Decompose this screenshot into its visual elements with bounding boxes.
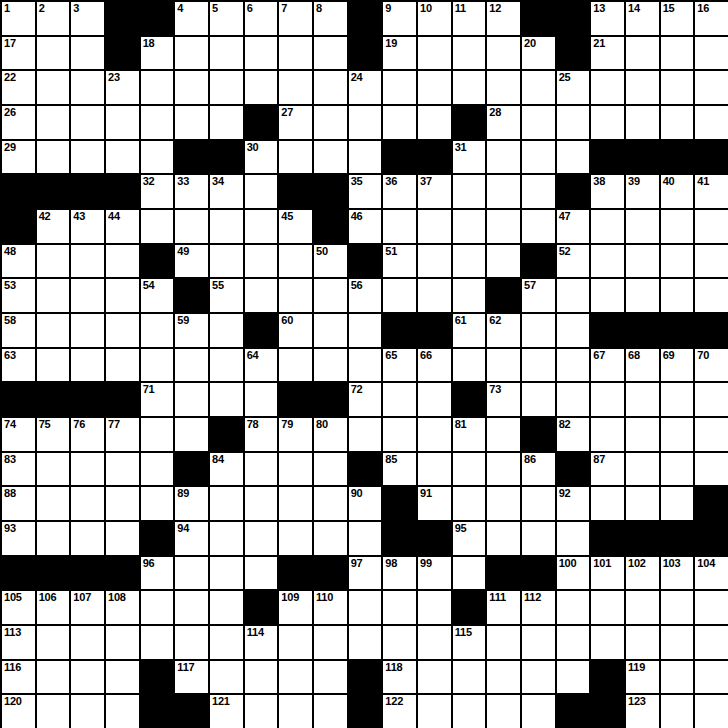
grid-cell[interactable]: [383, 106, 416, 139]
grid-cell[interactable]: 116: [2, 661, 35, 694]
grid-cell[interactable]: [522, 487, 555, 520]
grid-cell[interactable]: 2: [37, 2, 70, 35]
grid-cell[interactable]: 71: [141, 383, 174, 416]
grid-cell[interactable]: [175, 106, 208, 139]
grid-cell[interactable]: [106, 487, 139, 520]
grid-cell[interactable]: 77: [106, 418, 139, 451]
grid-cell[interactable]: [106, 626, 139, 659]
grid-cell[interactable]: 14: [626, 2, 659, 35]
grid-cell[interactable]: 118: [383, 661, 416, 694]
grid-cell[interactable]: [487, 349, 520, 382]
grid-cell[interactable]: [279, 661, 312, 694]
grid-cell[interactable]: 16: [695, 2, 728, 35]
grid-cell[interactable]: [695, 245, 728, 278]
grid-cell[interactable]: [175, 37, 208, 70]
grid-cell[interactable]: [210, 522, 243, 555]
grid-cell[interactable]: [418, 661, 451, 694]
grid-cell[interactable]: 4: [175, 2, 208, 35]
grid-cell[interactable]: [279, 695, 312, 728]
grid-cell[interactable]: [37, 522, 70, 555]
grid-cell[interactable]: [695, 626, 728, 659]
grid-cell[interactable]: [349, 418, 382, 451]
grid-cell[interactable]: 86: [522, 453, 555, 486]
grid-cell[interactable]: 111: [487, 591, 520, 624]
grid-cell[interactable]: [210, 557, 243, 590]
grid-cell[interactable]: [210, 37, 243, 70]
grid-cell[interactable]: [245, 487, 278, 520]
grid-cell[interactable]: 13: [591, 2, 624, 35]
grid-cell[interactable]: 22: [2, 71, 35, 104]
grid-cell[interactable]: 28: [487, 106, 520, 139]
grid-cell[interactable]: [695, 695, 728, 728]
grid-cell[interactable]: 120: [2, 695, 35, 728]
grid-cell[interactable]: [314, 279, 347, 312]
grid-cell[interactable]: [591, 383, 624, 416]
grid-cell[interactable]: 66: [418, 349, 451, 382]
grid-cell[interactable]: [695, 453, 728, 486]
grid-cell[interactable]: [487, 245, 520, 278]
grid-cell[interactable]: 59: [175, 314, 208, 347]
grid-cell[interactable]: 90: [349, 487, 382, 520]
grid-cell[interactable]: 109: [279, 591, 312, 624]
grid-cell[interactable]: [210, 71, 243, 104]
grid-cell[interactable]: [557, 106, 590, 139]
grid-cell[interactable]: [453, 695, 486, 728]
grid-cell[interactable]: 122: [383, 695, 416, 728]
grid-cell[interactable]: 69: [661, 349, 694, 382]
grid-cell[interactable]: 98: [383, 557, 416, 590]
grid-cell[interactable]: [487, 522, 520, 555]
grid-cell[interactable]: 55: [210, 279, 243, 312]
grid-cell[interactable]: [71, 661, 104, 694]
grid-cell[interactable]: [37, 695, 70, 728]
grid-cell[interactable]: [71, 487, 104, 520]
grid-cell[interactable]: 30: [245, 141, 278, 174]
grid-cell[interactable]: [210, 314, 243, 347]
grid-cell[interactable]: 18: [141, 37, 174, 70]
grid-cell[interactable]: [591, 487, 624, 520]
grid-cell[interactable]: 78: [245, 418, 278, 451]
grid-cell[interactable]: [314, 106, 347, 139]
grid-cell[interactable]: [314, 141, 347, 174]
grid-cell[interactable]: 113: [2, 626, 35, 659]
grid-cell[interactable]: [626, 591, 659, 624]
grid-cell[interactable]: [349, 106, 382, 139]
grid-cell[interactable]: [71, 141, 104, 174]
grid-cell[interactable]: [141, 591, 174, 624]
grid-cell[interactable]: [314, 37, 347, 70]
grid-cell[interactable]: 89: [175, 487, 208, 520]
grid-cell[interactable]: [383, 383, 416, 416]
grid-cell[interactable]: [175, 71, 208, 104]
grid-cell[interactable]: 25: [557, 71, 590, 104]
grid-cell[interactable]: 21: [591, 37, 624, 70]
grid-cell[interactable]: 34: [210, 175, 243, 208]
grid-cell[interactable]: [661, 453, 694, 486]
grid-cell[interactable]: 99: [418, 557, 451, 590]
grid-cell[interactable]: [314, 487, 347, 520]
grid-cell[interactable]: [626, 37, 659, 70]
grid-cell[interactable]: [245, 557, 278, 590]
grid-cell[interactable]: 1: [2, 2, 35, 35]
grid-cell[interactable]: [279, 141, 312, 174]
grid-cell[interactable]: 114: [245, 626, 278, 659]
grid-cell[interactable]: [418, 71, 451, 104]
grid-cell[interactable]: [695, 383, 728, 416]
grid-cell[interactable]: [37, 106, 70, 139]
grid-cell[interactable]: 123: [626, 695, 659, 728]
grid-cell[interactable]: [453, 71, 486, 104]
grid-cell[interactable]: [661, 487, 694, 520]
grid-cell[interactable]: [245, 661, 278, 694]
grid-cell[interactable]: [661, 661, 694, 694]
grid-cell[interactable]: 35: [349, 175, 382, 208]
grid-cell[interactable]: 119: [626, 661, 659, 694]
grid-cell[interactable]: [453, 279, 486, 312]
grid-cell[interactable]: 24: [349, 71, 382, 104]
grid-cell[interactable]: 12: [487, 2, 520, 35]
grid-cell[interactable]: 58: [2, 314, 35, 347]
grid-cell[interactable]: 51: [383, 245, 416, 278]
grid-cell[interactable]: 60: [279, 314, 312, 347]
grid-cell[interactable]: 81: [453, 418, 486, 451]
grid-cell[interactable]: [418, 591, 451, 624]
grid-cell[interactable]: 67: [591, 349, 624, 382]
grid-cell[interactable]: [175, 210, 208, 243]
grid-cell[interactable]: [37, 626, 70, 659]
grid-cell[interactable]: [210, 591, 243, 624]
grid-cell[interactable]: [279, 349, 312, 382]
grid-cell[interactable]: [522, 106, 555, 139]
grid-cell[interactable]: [418, 695, 451, 728]
grid-cell[interactable]: [71, 37, 104, 70]
grid-cell[interactable]: 64: [245, 349, 278, 382]
grid-cell[interactable]: [453, 661, 486, 694]
grid-cell[interactable]: [695, 418, 728, 451]
grid-cell[interactable]: [279, 37, 312, 70]
grid-cell[interactable]: [71, 279, 104, 312]
grid-cell[interactable]: 15: [661, 2, 694, 35]
grid-cell[interactable]: [141, 314, 174, 347]
grid-cell[interactable]: [71, 71, 104, 104]
grid-cell[interactable]: 102: [626, 557, 659, 590]
grid-cell[interactable]: [522, 175, 555, 208]
grid-cell[interactable]: [522, 210, 555, 243]
grid-cell[interactable]: 87: [591, 453, 624, 486]
grid-cell[interactable]: [418, 383, 451, 416]
grid-cell[interactable]: [661, 591, 694, 624]
grid-cell[interactable]: [591, 210, 624, 243]
grid-cell[interactable]: [245, 279, 278, 312]
grid-cell[interactable]: 8: [314, 2, 347, 35]
grid-cell[interactable]: [626, 279, 659, 312]
grid-cell[interactable]: 79: [279, 418, 312, 451]
grid-cell[interactable]: [418, 106, 451, 139]
grid-cell[interactable]: [487, 661, 520, 694]
grid-cell[interactable]: [626, 383, 659, 416]
grid-cell[interactable]: [626, 210, 659, 243]
grid-cell[interactable]: [106, 661, 139, 694]
grid-cell[interactable]: 73: [487, 383, 520, 416]
grid-cell[interactable]: 31: [453, 141, 486, 174]
grid-cell[interactable]: [591, 245, 624, 278]
grid-cell[interactable]: [141, 71, 174, 104]
grid-cell[interactable]: [522, 695, 555, 728]
grid-cell[interactable]: [141, 418, 174, 451]
grid-cell[interactable]: [141, 210, 174, 243]
grid-cell[interactable]: [37, 245, 70, 278]
grid-cell[interactable]: 37: [418, 175, 451, 208]
grid-cell[interactable]: [661, 71, 694, 104]
grid-cell[interactable]: [383, 71, 416, 104]
grid-cell[interactable]: [487, 487, 520, 520]
grid-cell[interactable]: 26: [2, 106, 35, 139]
grid-cell[interactable]: [591, 279, 624, 312]
grid-cell[interactable]: [71, 106, 104, 139]
grid-cell[interactable]: [522, 141, 555, 174]
grid-cell[interactable]: [314, 349, 347, 382]
grid-cell[interactable]: [106, 106, 139, 139]
grid-cell[interactable]: [106, 314, 139, 347]
grid-cell[interactable]: [106, 453, 139, 486]
grid-cell[interactable]: [661, 418, 694, 451]
grid-cell[interactable]: [453, 349, 486, 382]
grid-cell[interactable]: [453, 557, 486, 590]
grid-cell[interactable]: 46: [349, 210, 382, 243]
grid-cell[interactable]: [383, 210, 416, 243]
grid-cell[interactable]: [626, 626, 659, 659]
grid-cell[interactable]: [141, 453, 174, 486]
grid-cell[interactable]: 91: [418, 487, 451, 520]
grid-cell[interactable]: [626, 453, 659, 486]
grid-cell[interactable]: [37, 279, 70, 312]
grid-cell[interactable]: 3: [71, 2, 104, 35]
grid-cell[interactable]: [418, 453, 451, 486]
grid-cell[interactable]: 32: [141, 175, 174, 208]
grid-cell[interactable]: [661, 106, 694, 139]
grid-cell[interactable]: 42: [37, 210, 70, 243]
grid-cell[interactable]: [210, 661, 243, 694]
grid-cell[interactable]: 57: [522, 279, 555, 312]
grid-cell[interactable]: 38: [591, 175, 624, 208]
grid-cell[interactable]: [557, 661, 590, 694]
grid-cell[interactable]: [522, 314, 555, 347]
grid-cell[interactable]: [210, 210, 243, 243]
grid-cell[interactable]: 105: [2, 591, 35, 624]
grid-cell[interactable]: 44: [106, 210, 139, 243]
grid-cell[interactable]: [175, 349, 208, 382]
grid-cell[interactable]: 45: [279, 210, 312, 243]
grid-cell[interactable]: 56: [349, 279, 382, 312]
grid-cell[interactable]: [487, 175, 520, 208]
grid-cell[interactable]: [37, 349, 70, 382]
grid-cell[interactable]: [106, 522, 139, 555]
grid-cell[interactable]: 62: [487, 314, 520, 347]
grid-cell[interactable]: 11: [453, 2, 486, 35]
grid-cell[interactable]: [210, 106, 243, 139]
grid-cell[interactable]: [383, 626, 416, 659]
grid-cell[interactable]: [245, 453, 278, 486]
grid-cell[interactable]: [349, 141, 382, 174]
grid-cell[interactable]: [245, 175, 278, 208]
grid-cell[interactable]: [106, 245, 139, 278]
grid-cell[interactable]: 72: [349, 383, 382, 416]
grid-cell[interactable]: [349, 591, 382, 624]
grid-cell[interactable]: 107: [71, 591, 104, 624]
grid-cell[interactable]: [487, 71, 520, 104]
grid-cell[interactable]: [522, 71, 555, 104]
grid-cell[interactable]: [37, 314, 70, 347]
grid-cell[interactable]: [245, 37, 278, 70]
grid-cell[interactable]: [661, 245, 694, 278]
grid-cell[interactable]: 92: [557, 487, 590, 520]
grid-cell[interactable]: 100: [557, 557, 590, 590]
grid-cell[interactable]: 41: [695, 175, 728, 208]
grid-cell[interactable]: [661, 279, 694, 312]
grid-cell[interactable]: 93: [2, 522, 35, 555]
grid-cell[interactable]: 27: [279, 106, 312, 139]
grid-cell[interactable]: [210, 487, 243, 520]
grid-cell[interactable]: 40: [661, 175, 694, 208]
grid-cell[interactable]: [210, 245, 243, 278]
grid-cell[interactable]: [279, 626, 312, 659]
grid-cell[interactable]: [106, 141, 139, 174]
grid-cell[interactable]: 5: [210, 2, 243, 35]
grid-cell[interactable]: [418, 626, 451, 659]
grid-cell[interactable]: [383, 591, 416, 624]
grid-cell[interactable]: [418, 37, 451, 70]
grid-cell[interactable]: 39: [626, 175, 659, 208]
grid-cell[interactable]: [349, 349, 382, 382]
grid-cell[interactable]: [71, 453, 104, 486]
grid-cell[interactable]: [661, 695, 694, 728]
grid-cell[interactable]: [37, 453, 70, 486]
grid-cell[interactable]: [314, 314, 347, 347]
grid-cell[interactable]: [591, 626, 624, 659]
grid-cell[interactable]: [71, 314, 104, 347]
grid-cell[interactable]: [314, 626, 347, 659]
grid-cell[interactable]: [695, 591, 728, 624]
grid-cell[interactable]: [487, 695, 520, 728]
grid-cell[interactable]: 88: [2, 487, 35, 520]
grid-cell[interactable]: [279, 279, 312, 312]
grid-cell[interactable]: [71, 522, 104, 555]
grid-cell[interactable]: [106, 695, 139, 728]
grid-cell[interactable]: [245, 245, 278, 278]
grid-cell[interactable]: [175, 591, 208, 624]
grid-cell[interactable]: 17: [2, 37, 35, 70]
grid-cell[interactable]: [418, 245, 451, 278]
grid-cell[interactable]: 50: [314, 245, 347, 278]
grid-cell[interactable]: [557, 349, 590, 382]
grid-cell[interactable]: [71, 695, 104, 728]
grid-cell[interactable]: [591, 418, 624, 451]
grid-cell[interactable]: [487, 210, 520, 243]
grid-cell[interactable]: [522, 349, 555, 382]
grid-cell[interactable]: [245, 695, 278, 728]
grid-cell[interactable]: [453, 453, 486, 486]
grid-cell[interactable]: [557, 383, 590, 416]
grid-cell[interactable]: 94: [175, 522, 208, 555]
grid-cell[interactable]: 10: [418, 2, 451, 35]
grid-cell[interactable]: [37, 487, 70, 520]
grid-cell[interactable]: [557, 314, 590, 347]
grid-cell[interactable]: [661, 626, 694, 659]
grid-cell[interactable]: 70: [695, 349, 728, 382]
grid-cell[interactable]: [210, 383, 243, 416]
grid-cell[interactable]: [626, 106, 659, 139]
grid-cell[interactable]: [279, 245, 312, 278]
grid-cell[interactable]: 104: [695, 557, 728, 590]
grid-cell[interactable]: [279, 71, 312, 104]
grid-cell[interactable]: [487, 626, 520, 659]
grid-cell[interactable]: [314, 695, 347, 728]
grid-cell[interactable]: [626, 418, 659, 451]
grid-cell[interactable]: [383, 279, 416, 312]
grid-cell[interactable]: [522, 383, 555, 416]
grid-cell[interactable]: [418, 418, 451, 451]
grid-cell[interactable]: [695, 106, 728, 139]
grid-cell[interactable]: 7: [279, 2, 312, 35]
grid-cell[interactable]: 112: [522, 591, 555, 624]
grid-cell[interactable]: 115: [453, 626, 486, 659]
grid-cell[interactable]: 103: [661, 557, 694, 590]
grid-cell[interactable]: [106, 279, 139, 312]
grid-cell[interactable]: [453, 175, 486, 208]
grid-cell[interactable]: 117: [175, 661, 208, 694]
grid-cell[interactable]: 19: [383, 37, 416, 70]
grid-cell[interactable]: [349, 626, 382, 659]
grid-cell[interactable]: [141, 349, 174, 382]
grid-cell[interactable]: [453, 210, 486, 243]
grid-cell[interactable]: [245, 522, 278, 555]
grid-cell[interactable]: [141, 487, 174, 520]
grid-cell[interactable]: 76: [71, 418, 104, 451]
grid-cell[interactable]: 53: [2, 279, 35, 312]
grid-cell[interactable]: [279, 487, 312, 520]
grid-cell[interactable]: [210, 349, 243, 382]
grid-cell[interactable]: [626, 487, 659, 520]
grid-cell[interactable]: 110: [314, 591, 347, 624]
grid-cell[interactable]: 23: [106, 71, 139, 104]
grid-cell[interactable]: 84: [210, 453, 243, 486]
grid-cell[interactable]: [418, 279, 451, 312]
grid-cell[interactable]: [141, 626, 174, 659]
grid-cell[interactable]: [626, 71, 659, 104]
grid-cell[interactable]: [314, 522, 347, 555]
grid-cell[interactable]: 97: [349, 557, 382, 590]
grid-cell[interactable]: [314, 453, 347, 486]
grid-cell[interactable]: 121: [210, 695, 243, 728]
grid-cell[interactable]: [175, 626, 208, 659]
grid-cell[interactable]: [37, 71, 70, 104]
grid-cell[interactable]: [141, 106, 174, 139]
grid-cell[interactable]: 54: [141, 279, 174, 312]
grid-cell[interactable]: [71, 245, 104, 278]
grid-cell[interactable]: 68: [626, 349, 659, 382]
grid-cell[interactable]: [453, 487, 486, 520]
grid-cell[interactable]: 106: [37, 591, 70, 624]
grid-cell[interactable]: [695, 71, 728, 104]
grid-cell[interactable]: [487, 418, 520, 451]
grid-cell[interactable]: 95: [453, 522, 486, 555]
grid-cell[interactable]: [487, 141, 520, 174]
grid-cell[interactable]: [37, 661, 70, 694]
grid-cell[interactable]: [695, 210, 728, 243]
grid-cell[interactable]: [557, 279, 590, 312]
grid-cell[interactable]: [245, 383, 278, 416]
grid-cell[interactable]: [557, 141, 590, 174]
